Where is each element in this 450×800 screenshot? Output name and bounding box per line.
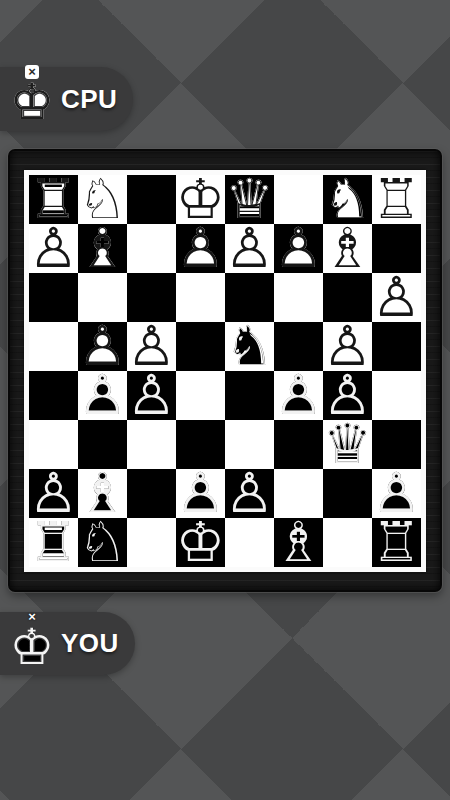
chess-board-panel: ♜♖♞♘♚♔♛♕♞♘♜♖♟♙♝♗♟♙♟♙♟♙♝♗♟♙♟♙♟♙♞♘♟♙♟♙♟♙♟♙…	[24, 170, 426, 572]
white-pawn[interactable]: ♟♙	[274, 224, 323, 273]
square-g2[interactable]: ♝♗	[78, 224, 127, 273]
black-pawn[interactable]: ♟♙	[78, 371, 127, 420]
square-a4[interactable]	[372, 322, 421, 371]
square-f1[interactable]	[127, 175, 176, 224]
chess-board[interactable]: ♜♖♞♘♚♔♛♕♞♘♜♖♟♙♝♗♟♙♟♙♟♙♝♗♟♙♟♙♟♙♞♘♟♙♟♙♟♙♟♙…	[29, 175, 421, 567]
square-a1[interactable]: ♜♖	[372, 175, 421, 224]
white-pawn[interactable]: ♟♙	[225, 224, 274, 273]
square-g8[interactable]: ♞♘	[78, 518, 127, 567]
player-label-you: YOU	[61, 628, 119, 659]
square-d5[interactable]	[225, 371, 274, 420]
black-pawn[interactable]: ♟♙	[225, 469, 274, 518]
square-g5[interactable]: ♟♙	[78, 371, 127, 420]
square-c6[interactable]	[274, 420, 323, 469]
square-f5[interactable]: ♟♙	[127, 371, 176, 420]
black-pawn[interactable]: ♟♙	[274, 371, 323, 420]
square-h5[interactable]	[29, 371, 78, 420]
square-d8[interactable]	[225, 518, 274, 567]
white-pawn[interactable]: ♟♙	[372, 273, 421, 322]
square-f7[interactable]	[127, 469, 176, 518]
black-bishop[interactable]: ♝♗	[274, 518, 323, 567]
square-d4[interactable]: ♞♘	[225, 322, 274, 371]
black-queen[interactable]: ♛♕	[323, 420, 372, 469]
player-badge-you: × ♚ ♔ YOU	[0, 612, 135, 675]
black-knight[interactable]: ♞♘	[78, 518, 127, 567]
square-h2[interactable]: ♟♙	[29, 224, 78, 273]
app-screen: × ♚ ♔ CPU ♜♖♞♘♚♔♛♕♞♘♜♖♟♙♝♗♟♙♟♙♟♙♝♗♟♙♟♙♟♙…	[0, 0, 450, 800]
player-badge-cpu: × ♚ ♔ CPU	[0, 67, 133, 131]
square-e5[interactable]	[176, 371, 225, 420]
square-f8[interactable]	[127, 518, 176, 567]
square-e2[interactable]: ♟♙	[176, 224, 225, 273]
king-orb-x-icon: ×	[25, 65, 39, 79]
white-bishop[interactable]: ♝♗	[323, 224, 372, 273]
white-bishop[interactable]: ♝♗	[78, 224, 127, 273]
white-pawn[interactable]: ♟♙	[176, 224, 225, 273]
black-pawn[interactable]: ♟♙	[127, 371, 176, 420]
square-e3[interactable]	[176, 273, 225, 322]
black-rook[interactable]: ♜♖	[372, 518, 421, 567]
square-a3[interactable]: ♟♙	[372, 273, 421, 322]
square-a5[interactable]	[372, 371, 421, 420]
square-b6[interactable]: ♛♕	[323, 420, 372, 469]
square-h8[interactable]: ♜♖	[29, 518, 78, 567]
square-f6[interactable]	[127, 420, 176, 469]
square-b2[interactable]: ♝♗	[323, 224, 372, 273]
square-e8[interactable]: ♚♔	[176, 518, 225, 567]
white-pawn[interactable]: ♟♙	[29, 224, 78, 273]
black-rook[interactable]: ♜♖	[29, 518, 78, 567]
square-c5[interactable]: ♟♙	[274, 371, 323, 420]
black-knight[interactable]: ♞♘	[225, 322, 274, 371]
square-c3[interactable]	[274, 273, 323, 322]
square-c8[interactable]: ♝♗	[274, 518, 323, 567]
square-e4[interactable]	[176, 322, 225, 371]
white-king-icon: × ♚ ♔	[8, 70, 56, 128]
square-c2[interactable]: ♟♙	[274, 224, 323, 273]
black-king[interactable]: ♚♔	[176, 518, 225, 567]
square-f2[interactable]	[127, 224, 176, 273]
square-a8[interactable]: ♜♖	[372, 518, 421, 567]
square-h3[interactable]	[29, 273, 78, 322]
square-b7[interactable]	[323, 469, 372, 518]
square-b8[interactable]	[323, 518, 372, 567]
player-label-cpu: CPU	[61, 84, 117, 115]
black-king-icon: × ♚ ♔	[8, 615, 56, 673]
square-d2[interactable]: ♟♙	[225, 224, 274, 273]
square-h4[interactable]	[29, 322, 78, 371]
chess-board-frame: ♜♖♞♘♚♔♛♕♞♘♜♖♟♙♝♗♟♙♟♙♟♙♝♗♟♙♟♙♟♙♞♘♟♙♟♙♟♙♟♙…	[8, 149, 442, 592]
square-d7[interactable]: ♟♙	[225, 469, 274, 518]
white-rook[interactable]: ♜♖	[372, 175, 421, 224]
king-orb-x-icon: ×	[28, 610, 36, 623]
